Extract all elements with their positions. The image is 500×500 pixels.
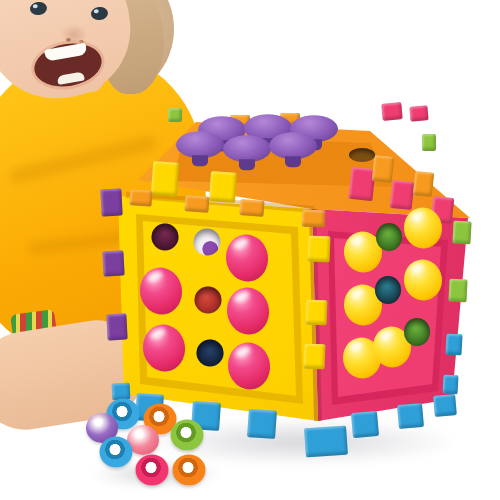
loose-pegs	[0, 0, 500, 500]
loose-peg-magenta	[136, 455, 169, 486]
loose-peg-green	[171, 420, 204, 451]
loose-peg-orange	[173, 455, 206, 486]
product-photo	[0, 0, 500, 500]
loose-peg-blue	[100, 437, 133, 468]
